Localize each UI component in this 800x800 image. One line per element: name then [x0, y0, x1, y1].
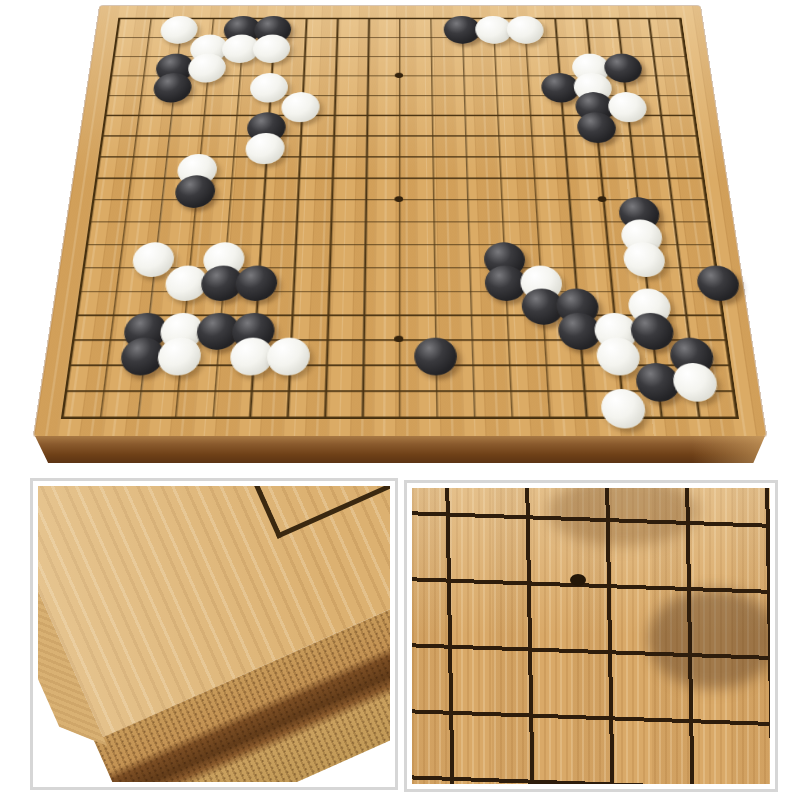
- product-screenshot: [0, 0, 800, 800]
- go-board: [34, 6, 766, 436]
- macro-grid-horizontal-lines: [412, 488, 770, 784]
- thumbnail-corner-closeup[interactable]: [30, 478, 398, 790]
- main-board-photo: [0, 0, 800, 474]
- corner-grid-lines: [131, 486, 390, 539]
- rotated-board-corner: [38, 486, 390, 782]
- starpoint-closeup-photo: [412, 488, 770, 784]
- star-point-dot: [570, 574, 586, 586]
- black-stone: [414, 338, 457, 376]
- white-stone: [506, 16, 544, 44]
- bamboo-surface-macro: [412, 488, 770, 784]
- thumbnail-starpoint-closeup[interactable]: [404, 480, 778, 792]
- corner-closeup-photo: [38, 486, 390, 782]
- board-front-edge: [35, 436, 765, 463]
